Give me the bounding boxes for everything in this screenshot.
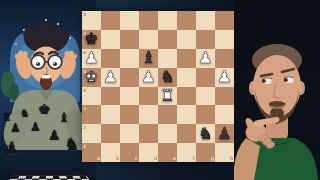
square-a5[interactable]: 5♚	[82, 68, 101, 87]
rank-label: 3	[83, 106, 86, 111]
silhouette-piece: ♟	[30, 121, 41, 133]
square-g4[interactable]	[196, 87, 215, 106]
square-g5[interactable]	[196, 68, 215, 87]
square-b5[interactable]: ♟	[101, 68, 120, 87]
square-c3[interactable]	[120, 105, 139, 124]
rank-label: 8	[83, 12, 86, 17]
square-h8[interactable]	[215, 11, 234, 30]
square-a6[interactable]: 6♟	[82, 49, 101, 68]
square-b7[interactable]	[101, 30, 120, 49]
square-g6[interactable]: ♟	[196, 49, 215, 68]
square-e6[interactable]	[158, 49, 177, 68]
square-b1[interactable]: b	[101, 143, 120, 162]
square-h4[interactable]	[215, 87, 234, 106]
square-a3[interactable]: 3	[82, 105, 101, 124]
square-d6[interactable]: ♝	[139, 49, 158, 68]
silhouette-piece: ♟	[48, 128, 61, 142]
square-b2[interactable]	[101, 124, 120, 143]
square-g1[interactable]: g	[196, 143, 215, 162]
square-d1[interactable]: d	[139, 143, 158, 162]
square-c7[interactable]	[120, 30, 139, 49]
piece-black-pawn[interactable]: ♟	[217, 126, 231, 142]
square-a2[interactable]: 2	[82, 124, 101, 143]
silhouette-piece: ♞	[20, 108, 30, 119]
piece-black-knight[interactable]: ♞	[160, 69, 174, 85]
square-f4[interactable]	[177, 87, 196, 106]
square-c5[interactable]	[120, 68, 139, 87]
square-e7[interactable]	[158, 30, 177, 49]
square-b3[interactable]	[101, 105, 120, 124]
chess-board: 87♚6♟♝♟5♚♟♟♞♟4♜32♞♟1abcdefgh	[82, 11, 234, 162]
piece-white-pawn[interactable]: ♟	[198, 50, 212, 66]
square-f8[interactable]	[177, 11, 196, 30]
silhouette-piece: ♚	[38, 102, 51, 116]
square-c6[interactable]	[120, 49, 139, 68]
square-f5[interactable]	[177, 68, 196, 87]
square-h7[interactable]	[215, 30, 234, 49]
square-a7[interactable]: 7♚	[82, 30, 101, 49]
right-scene	[234, 0, 320, 180]
square-a1[interactable]: 1a	[82, 143, 101, 162]
square-f2[interactable]	[177, 124, 196, 143]
photo-chessboard	[0, 175, 96, 180]
square-h6[interactable]	[215, 49, 234, 68]
square-h3[interactable]	[215, 105, 234, 124]
piece-black-king[interactable]: ♚	[84, 31, 98, 47]
file-label: d	[154, 157, 157, 162]
silhouette-piece: ♝	[58, 111, 70, 124]
piece-white-pawn[interactable]: ♟	[141, 69, 155, 85]
silhouette-piece: ♞	[64, 136, 79, 153]
file-label: f	[193, 157, 195, 162]
square-c8[interactable]	[120, 11, 139, 30]
square-h2[interactable]: ♟	[215, 124, 234, 143]
file-label: g	[211, 157, 214, 162]
square-e3[interactable]	[158, 105, 177, 124]
square-b6[interactable]	[101, 49, 120, 68]
presenter-figure	[234, 0, 320, 180]
piece-white-pawn[interactable]: ♟	[103, 69, 117, 85]
file-label: e	[173, 157, 176, 162]
piece-white-king[interactable]: ♚	[84, 69, 98, 85]
square-d3[interactable]	[139, 105, 158, 124]
square-d5[interactable]: ♟	[139, 68, 158, 87]
square-e5[interactable]: ♞	[158, 68, 177, 87]
piece-black-bishop[interactable]: ♝	[141, 50, 155, 66]
thumbnail-stage: ♜ ♞ ♚ ♟ ♟ ♝ ♟ ♟ ♞ 87♚6♟♝♟5♚♟♟♞♟4♜32♞♟1ab…	[0, 0, 320, 180]
file-label: b	[116, 157, 119, 162]
square-c4[interactable]	[120, 87, 139, 106]
silhouette-piece: ♟	[10, 122, 21, 134]
square-e4[interactable]: ♜	[158, 87, 177, 106]
square-h5[interactable]: ♟	[215, 68, 234, 87]
piece-black-knight[interactable]: ♞	[198, 126, 212, 142]
square-c2[interactable]	[120, 124, 139, 143]
file-label: h	[230, 157, 233, 162]
square-b4[interactable]	[101, 87, 120, 106]
square-g7[interactable]	[196, 30, 215, 49]
square-a8[interactable]: 8	[82, 11, 101, 30]
square-d2[interactable]	[139, 124, 158, 143]
file-label: a	[97, 157, 100, 162]
file-label: c	[135, 157, 138, 162]
rank-label: 2	[83, 125, 86, 130]
square-h1[interactable]: h	[215, 143, 234, 162]
cartoon-open-mouth	[41, 75, 52, 90]
square-f3[interactable]	[177, 105, 196, 124]
square-c1[interactable]: c	[120, 143, 139, 162]
square-a4[interactable]: 4	[82, 87, 101, 106]
piece-white-pawn[interactable]: ♟	[84, 50, 98, 66]
square-d8[interactable]	[139, 11, 158, 30]
rank-label: 4	[83, 88, 86, 93]
piece-white-pawn[interactable]: ♟	[217, 69, 231, 85]
silhouette-piece: ♟	[4, 140, 19, 157]
square-e2[interactable]	[158, 124, 177, 143]
square-g3[interactable]	[196, 105, 215, 124]
square-f6[interactable]	[177, 49, 196, 68]
square-f1[interactable]: f	[177, 143, 196, 162]
square-d4[interactable]	[139, 87, 158, 106]
square-d7[interactable]	[139, 30, 158, 49]
rank-label: 1	[83, 144, 86, 149]
square-f7[interactable]	[177, 30, 196, 49]
square-g8[interactable]	[196, 11, 215, 30]
piece-white-rook[interactable]: ♜	[160, 88, 174, 104]
square-g2[interactable]: ♞	[196, 124, 215, 143]
square-e8[interactable]	[158, 11, 177, 30]
square-e1[interactable]: e	[158, 143, 177, 162]
square-b8[interactable]	[101, 11, 120, 30]
